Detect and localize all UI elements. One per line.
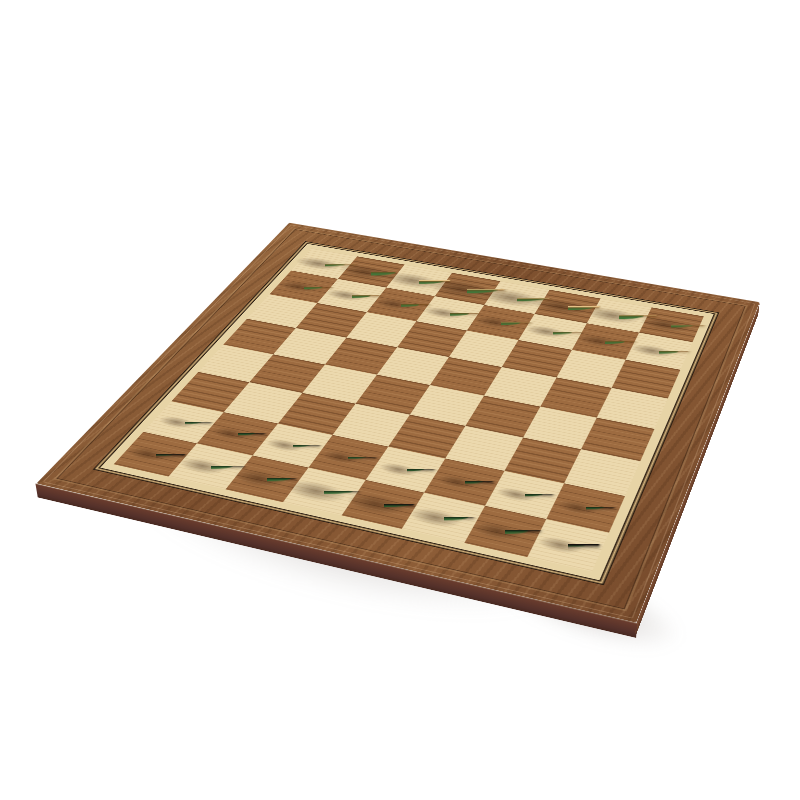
stage: ♜♞♝♛♚♝♞♜♟♟♟♟♟♟♟♟♟♟♟♟♟♟♟♟♜♞♝♛♚♝♞♜ <box>0 0 800 800</box>
